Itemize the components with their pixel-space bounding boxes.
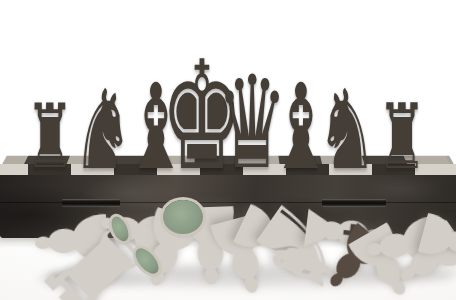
black-rook: ♜ [26, 93, 75, 181]
black-rook: ♜ [377, 92, 427, 182]
black-knight: ♞ [316, 75, 377, 185]
felt-pad [163, 200, 203, 234]
chess-photo-scene: ♜♞♝♚♛♝♞♜ ♟♜♟♟♟♟♟♞♝♟♟♟♟♟ [0, 0, 456, 300]
board-edge-margin [0, 164, 28, 175]
